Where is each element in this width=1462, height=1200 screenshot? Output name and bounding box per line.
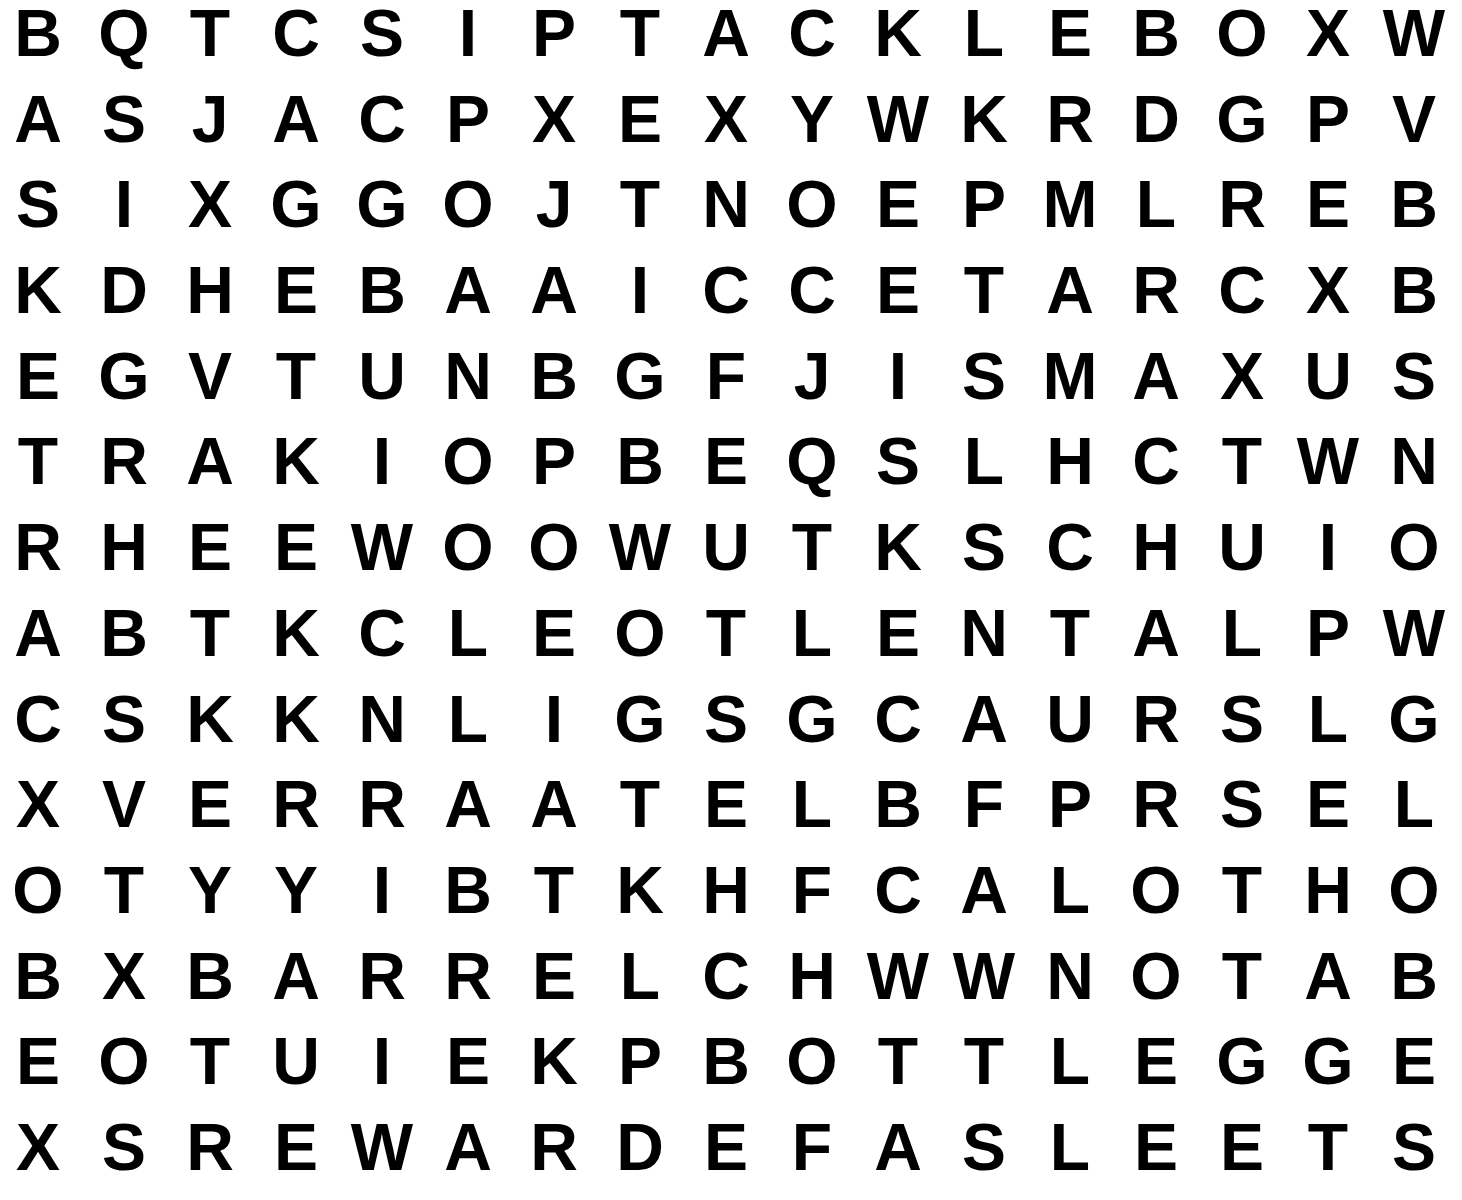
- grid-cell-r13c3[interactable]: T: [167, 1019, 253, 1105]
- grid-cell-r1c11[interactable]: K: [855, 0, 941, 76]
- grid-cell-r12c8[interactable]: L: [597, 933, 683, 1019]
- grid-cell-r4c6[interactable]: A: [425, 247, 511, 333]
- grid-cell-r6c4[interactable]: K: [253, 419, 339, 505]
- grid-cell-r9c3[interactable]: K: [167, 676, 253, 762]
- grid-cell-r6c6[interactable]: O: [425, 419, 511, 505]
- grid-cell-r3c2[interactable]: I: [81, 161, 167, 247]
- grid-cell-r1c8[interactable]: T: [597, 0, 683, 76]
- grid-cell-r11c8[interactable]: K: [597, 847, 683, 933]
- grid-cell-r9c13[interactable]: U: [1027, 676, 1113, 762]
- grid-cell-r14c8[interactable]: D: [597, 1104, 683, 1190]
- grid-cell-r11c13[interactable]: L: [1027, 847, 1113, 933]
- grid-cell-r14c7[interactable]: R: [511, 1104, 597, 1190]
- grid-cell-r7c6[interactable]: O: [425, 504, 511, 590]
- grid-cell-r8c4[interactable]: K: [253, 590, 339, 676]
- grid-cell-r6c12[interactable]: L: [941, 419, 1027, 505]
- grid-cell-r7c10[interactable]: T: [769, 504, 855, 590]
- grid-cell-r9c12[interactable]: A: [941, 676, 1027, 762]
- grid-cell-r13c13[interactable]: L: [1027, 1019, 1113, 1105]
- grid-cell-r3c1[interactable]: S: [0, 161, 81, 247]
- grid-cell-r8c17[interactable]: W: [1371, 590, 1457, 676]
- grid-cell-r3c10[interactable]: O: [769, 161, 855, 247]
- grid-cell-r8c12[interactable]: N: [941, 590, 1027, 676]
- grid-cell-r5c6[interactable]: N: [425, 333, 511, 419]
- grid-cell-r2c11[interactable]: W: [855, 76, 941, 162]
- grid-cell-r2c10[interactable]: Y: [769, 76, 855, 162]
- grid-cell-r10c14[interactable]: R: [1113, 761, 1199, 847]
- grid-cell-r10c15[interactable]: S: [1199, 761, 1285, 847]
- grid-cell-r3c17[interactable]: B: [1371, 161, 1457, 247]
- grid-cell-r3c8[interactable]: T: [597, 161, 683, 247]
- grid-cell-r5c9[interactable]: F: [683, 333, 769, 419]
- grid-cell-r12c6[interactable]: R: [425, 933, 511, 1019]
- grid-cell-r7c1[interactable]: R: [0, 504, 81, 590]
- grid-cell-r8c5[interactable]: C: [339, 590, 425, 676]
- grid-cell-r2c9[interactable]: X: [683, 76, 769, 162]
- grid-cell-r4c8[interactable]: I: [597, 247, 683, 333]
- grid-cell-r12c14[interactable]: O: [1113, 933, 1199, 1019]
- grid-cell-r6c15[interactable]: T: [1199, 419, 1285, 505]
- grid-cell-r13c5[interactable]: I: [339, 1019, 425, 1105]
- grid-cell-r5c3[interactable]: V: [167, 333, 253, 419]
- grid-cell-r2c7[interactable]: X: [511, 76, 597, 162]
- grid-cell-r2c14[interactable]: D: [1113, 76, 1199, 162]
- grid-cell-r8c2[interactable]: B: [81, 590, 167, 676]
- grid-cell-r4c9[interactable]: C: [683, 247, 769, 333]
- grid-cell-r1c10[interactable]: C: [769, 0, 855, 76]
- grid-cell-r11c11[interactable]: C: [855, 847, 941, 933]
- grid-cell-r14c9[interactable]: E: [683, 1104, 769, 1190]
- grid-cell-r13c7[interactable]: K: [511, 1019, 597, 1105]
- grid-cell-r7c17[interactable]: O: [1371, 504, 1457, 590]
- grid-cell-r5c17[interactable]: S: [1371, 333, 1457, 419]
- grid-cell-r10c11[interactable]: B: [855, 761, 941, 847]
- grid-cell-r12c7[interactable]: E: [511, 933, 597, 1019]
- grid-cell-r13c1[interactable]: E: [0, 1019, 81, 1105]
- grid-cell-r13c14[interactable]: E: [1113, 1019, 1199, 1105]
- grid-cell-r8c6[interactable]: L: [425, 590, 511, 676]
- grid-cell-r5c12[interactable]: S: [941, 333, 1027, 419]
- grid-cell-r5c4[interactable]: T: [253, 333, 339, 419]
- grid-cell-r10c16[interactable]: E: [1285, 761, 1371, 847]
- grid-cell-r3c14[interactable]: L: [1113, 161, 1199, 247]
- grid-cell-r12c16[interactable]: A: [1285, 933, 1371, 1019]
- grid-cell-r9c10[interactable]: G: [769, 676, 855, 762]
- grid-cell-r4c17[interactable]: B: [1371, 247, 1457, 333]
- grid-cell-r7c15[interactable]: U: [1199, 504, 1285, 590]
- grid-cell-r5c2[interactable]: G: [81, 333, 167, 419]
- grid-cell-r1c9[interactable]: A: [683, 0, 769, 76]
- grid-cell-r4c1[interactable]: K: [0, 247, 81, 333]
- grid-cell-r9c15[interactable]: S: [1199, 676, 1285, 762]
- grid-cell-r1c14[interactable]: B: [1113, 0, 1199, 76]
- grid-cell-r2c17[interactable]: V: [1371, 76, 1457, 162]
- grid-cell-r2c15[interactable]: G: [1199, 76, 1285, 162]
- grid-cell-r10c17[interactable]: L: [1371, 761, 1457, 847]
- grid-cell-r3c4[interactable]: G: [253, 161, 339, 247]
- grid-cell-r5c15[interactable]: X: [1199, 333, 1285, 419]
- grid-cell-r11c1[interactable]: O: [0, 847, 81, 933]
- grid-cell-r9c1[interactable]: C: [0, 676, 81, 762]
- grid-cell-r5c5[interactable]: U: [339, 333, 425, 419]
- grid-cell-r3c6[interactable]: O: [425, 161, 511, 247]
- grid-cell-r11c12[interactable]: A: [941, 847, 1027, 933]
- grid-cell-r6c5[interactable]: I: [339, 419, 425, 505]
- grid-cell-r1c6[interactable]: I: [425, 0, 511, 76]
- grid-cell-r13c11[interactable]: T: [855, 1019, 941, 1105]
- grid-cell-r11c7[interactable]: T: [511, 847, 597, 933]
- word-search-grid: BQTCSIPTACKLEBOXWASJACPXEXYWKRDGPVSIXGGO…: [0, 0, 1457, 1190]
- grid-cell-r1c13[interactable]: E: [1027, 0, 1113, 76]
- grid-cell-r14c13[interactable]: L: [1027, 1104, 1113, 1190]
- grid-cell-r1c3[interactable]: T: [167, 0, 253, 76]
- grid-cell-r14c11[interactable]: A: [855, 1104, 941, 1190]
- grid-cell-r10c2[interactable]: V: [81, 761, 167, 847]
- grid-cell-r7c4[interactable]: E: [253, 504, 339, 590]
- grid-cell-r8c15[interactable]: L: [1199, 590, 1285, 676]
- grid-cell-r13c4[interactable]: U: [253, 1019, 339, 1105]
- grid-cell-r3c12[interactable]: P: [941, 161, 1027, 247]
- grid-cell-r8c16[interactable]: P: [1285, 590, 1371, 676]
- grid-cell-r14c16[interactable]: T: [1285, 1104, 1371, 1190]
- grid-cell-r4c10[interactable]: C: [769, 247, 855, 333]
- grid-cell-r3c5[interactable]: G: [339, 161, 425, 247]
- grid-cell-r6c2[interactable]: R: [81, 419, 167, 505]
- grid-cell-r3c13[interactable]: M: [1027, 161, 1113, 247]
- grid-cell-r14c14[interactable]: E: [1113, 1104, 1199, 1190]
- grid-cell-r11c17[interactable]: O: [1371, 847, 1457, 933]
- grid-cell-r10c5[interactable]: R: [339, 761, 425, 847]
- grid-cell-r6c8[interactable]: B: [597, 419, 683, 505]
- grid-cell-r13c2[interactable]: O: [81, 1019, 167, 1105]
- grid-cell-r7c2[interactable]: H: [81, 504, 167, 590]
- grid-cell-r3c3[interactable]: X: [167, 161, 253, 247]
- grid-cell-r2c13[interactable]: R: [1027, 76, 1113, 162]
- grid-cell-r13c8[interactable]: P: [597, 1019, 683, 1105]
- grid-cell-r14c5[interactable]: W: [339, 1104, 425, 1190]
- grid-cell-r6c13[interactable]: H: [1027, 419, 1113, 505]
- grid-cell-r2c2[interactable]: S: [81, 76, 167, 162]
- grid-cell-r5c10[interactable]: J: [769, 333, 855, 419]
- grid-cell-r10c3[interactable]: E: [167, 761, 253, 847]
- grid-cell-r9c9[interactable]: S: [683, 676, 769, 762]
- grid-cell-r5c8[interactable]: G: [597, 333, 683, 419]
- grid-cell-r6c11[interactable]: S: [855, 419, 941, 505]
- grid-cell-r6c14[interactable]: C: [1113, 419, 1199, 505]
- grid-cell-r13c10[interactable]: O: [769, 1019, 855, 1105]
- grid-cell-r12c1[interactable]: B: [0, 933, 81, 1019]
- grid-cell-r3c11[interactable]: E: [855, 161, 941, 247]
- grid-cell-r10c4[interactable]: R: [253, 761, 339, 847]
- grid-cell-r11c14[interactable]: O: [1113, 847, 1199, 933]
- grid-cell-r4c11[interactable]: E: [855, 247, 941, 333]
- grid-cell-r10c8[interactable]: T: [597, 761, 683, 847]
- grid-cell-r12c9[interactable]: C: [683, 933, 769, 1019]
- grid-cell-r12c12[interactable]: W: [941, 933, 1027, 1019]
- grid-cell-r1c5[interactable]: S: [339, 0, 425, 76]
- grid-cell-r10c12[interactable]: F: [941, 761, 1027, 847]
- grid-cell-r7c12[interactable]: S: [941, 504, 1027, 590]
- grid-cell-r12c2[interactable]: X: [81, 933, 167, 1019]
- grid-cell-r8c9[interactable]: T: [683, 590, 769, 676]
- grid-cell-r8c14[interactable]: A: [1113, 590, 1199, 676]
- grid-cell-r14c6[interactable]: A: [425, 1104, 511, 1190]
- grid-cell-r14c4[interactable]: E: [253, 1104, 339, 1190]
- grid-cell-r7c5[interactable]: W: [339, 504, 425, 590]
- grid-cell-r11c2[interactable]: T: [81, 847, 167, 933]
- grid-cell-r5c7[interactable]: B: [511, 333, 597, 419]
- grid-cell-r13c16[interactable]: G: [1285, 1019, 1371, 1105]
- grid-cell-r6c7[interactable]: P: [511, 419, 597, 505]
- grid-cell-r12c11[interactable]: W: [855, 933, 941, 1019]
- grid-cell-r7c13[interactable]: C: [1027, 504, 1113, 590]
- grid-cell-r13c15[interactable]: G: [1199, 1019, 1285, 1105]
- grid-cell-r10c13[interactable]: P: [1027, 761, 1113, 847]
- grid-cell-r1c15[interactable]: O: [1199, 0, 1285, 76]
- grid-cell-r8c7[interactable]: E: [511, 590, 597, 676]
- grid-cell-r14c10[interactable]: F: [769, 1104, 855, 1190]
- grid-cell-r4c12[interactable]: T: [941, 247, 1027, 333]
- grid-cell-r7c11[interactable]: K: [855, 504, 941, 590]
- grid-cell-r11c6[interactable]: B: [425, 847, 511, 933]
- grid-cell-r3c15[interactable]: R: [1199, 161, 1285, 247]
- grid-cell-r3c7[interactable]: J: [511, 161, 597, 247]
- grid-cell-r6c16[interactable]: W: [1285, 419, 1371, 505]
- grid-cell-r12c3[interactable]: B: [167, 933, 253, 1019]
- grid-cell-r4c16[interactable]: X: [1285, 247, 1371, 333]
- grid-cell-r4c7[interactable]: A: [511, 247, 597, 333]
- grid-cell-r10c7[interactable]: A: [511, 761, 597, 847]
- grid-cell-r1c2[interactable]: Q: [81, 0, 167, 76]
- grid-cell-r4c3[interactable]: H: [167, 247, 253, 333]
- grid-cell-r13c17[interactable]: E: [1371, 1019, 1457, 1105]
- grid-cell-r13c12[interactable]: T: [941, 1019, 1027, 1105]
- grid-cell-r4c13[interactable]: A: [1027, 247, 1113, 333]
- grid-cell-r12c4[interactable]: A: [253, 933, 339, 1019]
- grid-cell-r7c16[interactable]: I: [1285, 504, 1371, 590]
- grid-cell-r4c15[interactable]: C: [1199, 247, 1285, 333]
- grid-cell-r7c14[interactable]: H: [1113, 504, 1199, 590]
- grid-cell-r1c4[interactable]: C: [253, 0, 339, 76]
- grid-cell-r2c8[interactable]: E: [597, 76, 683, 162]
- grid-cell-r9c8[interactable]: G: [597, 676, 683, 762]
- grid-cell-r5c16[interactable]: U: [1285, 333, 1371, 419]
- grid-cell-r11c4[interactable]: Y: [253, 847, 339, 933]
- grid-cell-r9c17[interactable]: G: [1371, 676, 1457, 762]
- grid-cell-r5c14[interactable]: A: [1113, 333, 1199, 419]
- grid-cell-r5c11[interactable]: I: [855, 333, 941, 419]
- grid-cell-r12c10[interactable]: H: [769, 933, 855, 1019]
- grid-cell-r2c3[interactable]: J: [167, 76, 253, 162]
- grid-cell-r7c7[interactable]: O: [511, 504, 597, 590]
- grid-cell-r7c3[interactable]: E: [167, 504, 253, 590]
- grid-cell-r14c3[interactable]: R: [167, 1104, 253, 1190]
- grid-cell-r1c16[interactable]: X: [1285, 0, 1371, 76]
- grid-cell-r11c9[interactable]: H: [683, 847, 769, 933]
- grid-cell-r14c15[interactable]: E: [1199, 1104, 1285, 1190]
- grid-cell-r2c5[interactable]: C: [339, 76, 425, 162]
- grid-cell-r3c9[interactable]: N: [683, 161, 769, 247]
- grid-cell-r13c9[interactable]: B: [683, 1019, 769, 1105]
- grid-cell-r2c6[interactable]: P: [425, 76, 511, 162]
- grid-cell-r6c17[interactable]: N: [1371, 419, 1457, 505]
- grid-cell-r11c5[interactable]: I: [339, 847, 425, 933]
- grid-cell-r12c17[interactable]: B: [1371, 933, 1457, 1019]
- grid-cell-r2c4[interactable]: A: [253, 76, 339, 162]
- grid-cell-r12c13[interactable]: N: [1027, 933, 1113, 1019]
- grid-cell-r11c3[interactable]: Y: [167, 847, 253, 933]
- grid-cell-r11c15[interactable]: T: [1199, 847, 1285, 933]
- grid-cell-r8c1[interactable]: A: [0, 590, 81, 676]
- grid-cell-r4c4[interactable]: E: [253, 247, 339, 333]
- grid-cell-r6c3[interactable]: A: [167, 419, 253, 505]
- grid-cell-r11c16[interactable]: H: [1285, 847, 1371, 933]
- grid-cell-r12c5[interactable]: R: [339, 933, 425, 1019]
- grid-cell-r9c7[interactable]: I: [511, 676, 597, 762]
- grid-cell-r7c9[interactable]: U: [683, 504, 769, 590]
- grid-cell-r14c12[interactable]: S: [941, 1104, 1027, 1190]
- grid-cell-r6c9[interactable]: E: [683, 419, 769, 505]
- grid-cell-r9c5[interactable]: N: [339, 676, 425, 762]
- grid-cell-r10c9[interactable]: E: [683, 761, 769, 847]
- grid-cell-r3c16[interactable]: E: [1285, 161, 1371, 247]
- grid-cell-r6c10[interactable]: Q: [769, 419, 855, 505]
- grid-cell-r8c3[interactable]: T: [167, 590, 253, 676]
- grid-cell-r7c8[interactable]: W: [597, 504, 683, 590]
- grid-cell-r10c6[interactable]: A: [425, 761, 511, 847]
- grid-cell-r4c2[interactable]: D: [81, 247, 167, 333]
- grid-cell-r8c11[interactable]: E: [855, 590, 941, 676]
- grid-cell-r1c12[interactable]: L: [941, 0, 1027, 76]
- grid-cell-r4c14[interactable]: R: [1113, 247, 1199, 333]
- grid-cell-r9c16[interactable]: L: [1285, 676, 1371, 762]
- grid-cell-r10c1[interactable]: X: [0, 761, 81, 847]
- grid-cell-r8c10[interactable]: L: [769, 590, 855, 676]
- grid-cell-r14c1[interactable]: X: [0, 1104, 81, 1190]
- grid-cell-r2c1[interactable]: A: [0, 76, 81, 162]
- grid-cell-r13c6[interactable]: E: [425, 1019, 511, 1105]
- grid-cell-r14c17[interactable]: S: [1371, 1104, 1457, 1190]
- grid-cell-r9c6[interactable]: L: [425, 676, 511, 762]
- grid-cell-r8c8[interactable]: O: [597, 590, 683, 676]
- grid-cell-r9c14[interactable]: R: [1113, 676, 1199, 762]
- grid-cell-r5c13[interactable]: M: [1027, 333, 1113, 419]
- grid-cell-r4c5[interactable]: B: [339, 247, 425, 333]
- grid-cell-r5c1[interactable]: E: [0, 333, 81, 419]
- grid-cell-r6c1[interactable]: T: [0, 419, 81, 505]
- grid-cell-r10c10[interactable]: L: [769, 761, 855, 847]
- grid-cell-r11c10[interactable]: F: [769, 847, 855, 933]
- grid-cell-r1c1[interactable]: B: [0, 0, 81, 76]
- grid-cell-r2c12[interactable]: K: [941, 76, 1027, 162]
- grid-cell-r1c17[interactable]: W: [1371, 0, 1457, 76]
- grid-cell-r9c4[interactable]: K: [253, 676, 339, 762]
- grid-cell-r12c15[interactable]: T: [1199, 933, 1285, 1019]
- grid-cell-r8c13[interactable]: T: [1027, 590, 1113, 676]
- grid-cell-r1c7[interactable]: P: [511, 0, 597, 76]
- grid-cell-r9c11[interactable]: C: [855, 676, 941, 762]
- grid-cell-r2c16[interactable]: P: [1285, 76, 1371, 162]
- grid-cell-r9c2[interactable]: S: [81, 676, 167, 762]
- grid-cell-r14c2[interactable]: S: [81, 1104, 167, 1190]
